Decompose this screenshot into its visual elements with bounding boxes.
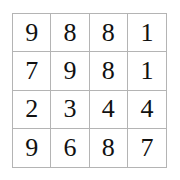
grid-cell-r3c4: 4 [128, 91, 166, 129]
grid-cell-r1c2: 8 [51, 14, 89, 52]
grid-cell-r4c3: 8 [90, 129, 128, 167]
grid-cell-r4c1: 9 [13, 129, 51, 167]
grid-cell-r4c2: 6 [51, 129, 89, 167]
grid-cell-r1c4: 1 [128, 14, 166, 52]
grid-cell-r2c4: 1 [128, 52, 166, 90]
number-grid-board: 9881798123449687 [12, 13, 167, 168]
grid-cell-r2c3: 8 [90, 52, 128, 90]
grid-cell-r1c3: 8 [90, 14, 128, 52]
grid-cell-r3c1: 2 [13, 91, 51, 129]
grid-cell-r3c2: 3 [51, 91, 89, 129]
grid-cell-r1c1: 9 [13, 14, 51, 52]
grid-cell-r2c1: 7 [13, 52, 51, 90]
grid-cell-r2c2: 9 [51, 52, 89, 90]
grid-cell-r4c4: 7 [128, 129, 166, 167]
grid: 9881798123449687 [12, 13, 167, 168]
grid-cell-r3c3: 4 [90, 91, 128, 129]
